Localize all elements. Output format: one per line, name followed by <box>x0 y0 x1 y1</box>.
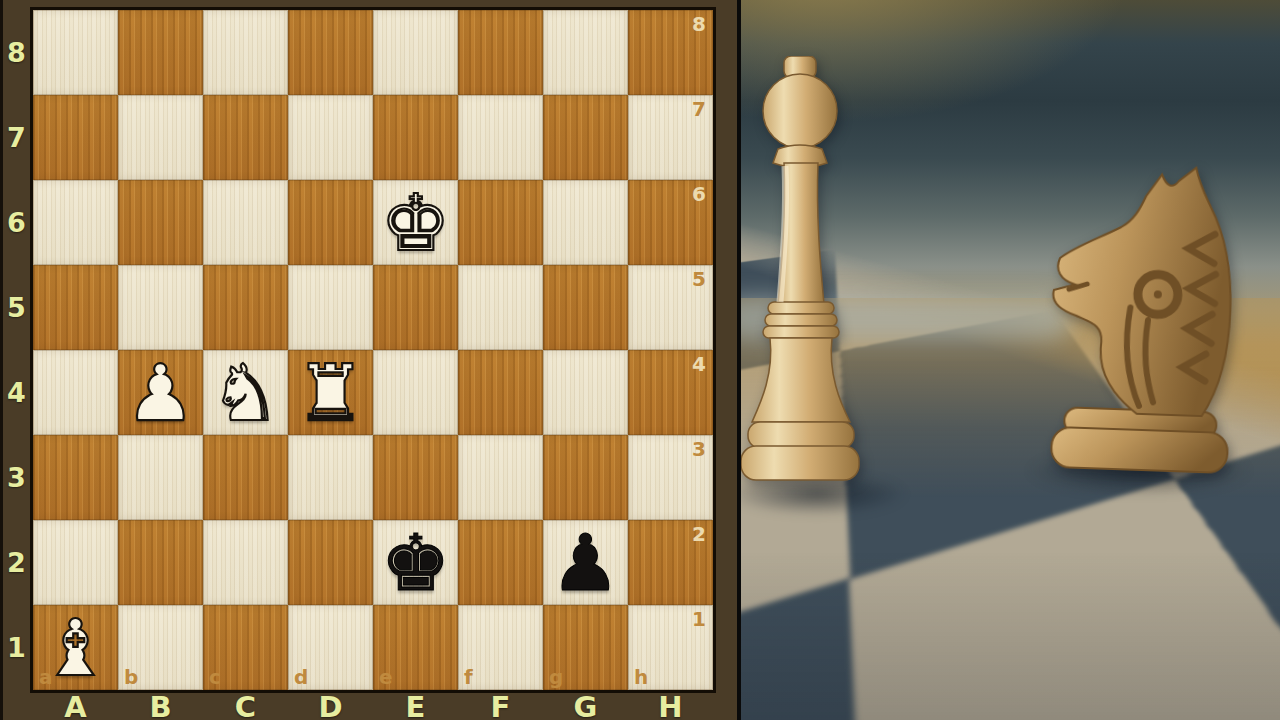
square-b7[interactable] <box>118 95 203 180</box>
square-e6[interactable]: ♚ <box>373 180 458 265</box>
square-c5[interactable] <box>203 265 288 350</box>
inner-file-label-b: b <box>124 667 138 687</box>
inner-rank-label-8: 8 <box>692 14 706 34</box>
square-e7[interactable] <box>373 95 458 180</box>
white-bishop-a1[interactable]: ♝ <box>33 605 118 690</box>
square-b8[interactable] <box>118 10 203 95</box>
inner-file-label-d: d <box>294 667 308 687</box>
white-pawn-b4[interactable]: ♟ <box>118 350 203 435</box>
square-g8[interactable] <box>543 10 628 95</box>
rank-label-4: 4 <box>3 350 30 435</box>
square-f8[interactable] <box>458 10 543 95</box>
inner-rank-label-2: 2 <box>692 524 706 544</box>
square-b5[interactable] <box>118 265 203 350</box>
square-f3[interactable] <box>458 435 543 520</box>
rank-label-8: 8 <box>3 10 30 95</box>
square-a7[interactable] <box>33 95 118 180</box>
square-a6[interactable] <box>33 180 118 265</box>
inner-file-label-e: e <box>379 667 393 687</box>
square-g3[interactable] <box>543 435 628 520</box>
wooden-knight-icon <box>1038 155 1249 484</box>
square-a3[interactable] <box>33 435 118 520</box>
square-c1[interactable]: c <box>203 605 288 690</box>
inner-rank-label-4: 4 <box>692 354 706 374</box>
square-d8[interactable] <box>288 10 373 95</box>
file-label-A: A <box>33 690 118 720</box>
square-g2[interactable]: ♟ <box>543 520 628 605</box>
square-d1[interactable]: d <box>288 605 373 690</box>
rank-label-7: 7 <box>3 95 30 180</box>
square-d5[interactable] <box>288 265 373 350</box>
chess-board: 87♚65♟♞♜43♚♟2a♝bcdefg1h <box>30 7 716 693</box>
square-a1[interactable]: a♝ <box>33 605 118 690</box>
square-h6[interactable]: 6 <box>628 180 713 265</box>
square-f6[interactable] <box>458 180 543 265</box>
rank-labels: 87654321 <box>3 10 30 690</box>
inner-rank-label-1: 1 <box>692 609 706 629</box>
square-a5[interactable] <box>33 265 118 350</box>
square-f5[interactable] <box>458 265 543 350</box>
white-knight-c4[interactable]: ♞ <box>203 350 288 435</box>
square-h4[interactable]: 4 <box>628 350 713 435</box>
square-c3[interactable] <box>203 435 288 520</box>
square-d6[interactable] <box>288 180 373 265</box>
file-label-G: G <box>543 690 628 720</box>
chess-diagram-panel: 87654321 87♚65♟♞♜43♚♟2a♝bcdefg1h ABCDEFG… <box>0 0 737 720</box>
inner-rank-label-5: 5 <box>692 269 706 289</box>
square-a4[interactable] <box>33 350 118 435</box>
rank-label-3: 3 <box>3 435 30 520</box>
square-e1[interactable]: e <box>373 605 458 690</box>
square-c2[interactable] <box>203 520 288 605</box>
square-a8[interactable] <box>33 10 118 95</box>
square-b3[interactable] <box>118 435 203 520</box>
file-label-H: H <box>628 690 713 720</box>
square-d7[interactable] <box>288 95 373 180</box>
square-b2[interactable] <box>118 520 203 605</box>
rank-label-2: 2 <box>3 520 30 605</box>
square-h2[interactable]: 2 <box>628 520 713 605</box>
white-rook-d4[interactable]: ♜ <box>288 350 373 435</box>
square-h7[interactable]: 7 <box>628 95 713 180</box>
rank-label-5: 5 <box>3 265 30 350</box>
chess-photo-panel <box>737 0 1280 720</box>
square-d3[interactable] <box>288 435 373 520</box>
square-d2[interactable] <box>288 520 373 605</box>
square-e4[interactable] <box>373 350 458 435</box>
square-h1[interactable]: 1h <box>628 605 713 690</box>
square-e2[interactable]: ♚ <box>373 520 458 605</box>
black-pawn-g2[interactable]: ♟ <box>543 520 628 605</box>
inner-file-label-h: h <box>634 667 648 687</box>
square-e5[interactable] <box>373 265 458 350</box>
square-c7[interactable] <box>203 95 288 180</box>
square-e8[interactable] <box>373 10 458 95</box>
square-g1[interactable]: g <box>543 605 628 690</box>
inner-file-label-g: g <box>549 667 563 687</box>
square-h3[interactable]: 3 <box>628 435 713 520</box>
file-label-D: D <box>288 690 373 720</box>
inner-rank-label-6: 6 <box>692 184 706 204</box>
rank-label-6: 6 <box>3 180 30 265</box>
inner-rank-label-3: 3 <box>692 439 706 459</box>
square-f7[interactable] <box>458 95 543 180</box>
rank-label-1: 1 <box>3 605 30 690</box>
black-king-e2[interactable]: ♚ <box>373 520 458 605</box>
file-label-B: B <box>118 690 203 720</box>
wooden-pawn-icon <box>739 56 861 496</box>
file-labels: ABCDEFGH <box>33 690 713 720</box>
square-c6[interactable] <box>203 180 288 265</box>
square-g5[interactable] <box>543 265 628 350</box>
inner-file-label-c: c <box>209 667 221 687</box>
square-g7[interactable] <box>543 95 628 180</box>
square-c8[interactable] <box>203 10 288 95</box>
file-label-E: E <box>373 690 458 720</box>
screenshot-root: 87654321 87♚65♟♞♜43♚♟2a♝bcdefg1h ABCDEFG… <box>0 0 1280 720</box>
square-f1[interactable]: f <box>458 605 543 690</box>
inner-file-label-f: f <box>464 667 473 687</box>
square-e3[interactable] <box>373 435 458 520</box>
square-g4[interactable] <box>543 350 628 435</box>
square-h8[interactable]: 8 <box>628 10 713 95</box>
square-f2[interactable] <box>458 520 543 605</box>
square-g6[interactable] <box>543 180 628 265</box>
square-f4[interactable] <box>458 350 543 435</box>
square-b6[interactable] <box>118 180 203 265</box>
square-c4[interactable]: ♞ <box>203 350 288 435</box>
square-b1[interactable]: b <box>118 605 203 690</box>
square-a2[interactable] <box>33 520 118 605</box>
inner-rank-label-7: 7 <box>692 99 706 119</box>
file-label-C: C <box>203 690 288 720</box>
white-king-e6[interactable]: ♚ <box>373 180 458 265</box>
file-label-F: F <box>458 690 543 720</box>
square-d4[interactable]: ♜ <box>288 350 373 435</box>
square-h5[interactable]: 5 <box>628 265 713 350</box>
square-b4[interactable]: ♟ <box>118 350 203 435</box>
